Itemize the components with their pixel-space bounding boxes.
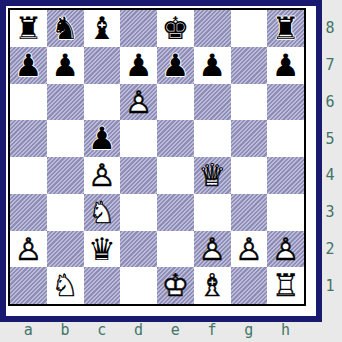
white-king[interactable]: ♚♔ xyxy=(157,267,194,304)
piece-outline-layer: ♙ xyxy=(84,157,121,194)
square-b8[interactable]: ♞ xyxy=(47,10,84,47)
rank-label-2: 2 xyxy=(318,231,342,268)
square-h3[interactable] xyxy=(267,194,304,231)
piece-outline-layer: ♖ xyxy=(267,267,304,304)
piece-outline-layer: ♕ xyxy=(194,157,231,194)
square-g4[interactable] xyxy=(231,157,268,194)
square-h6[interactable] xyxy=(267,84,304,121)
black-knight[interactable]: ♞ xyxy=(47,10,84,47)
white-bishop[interactable]: ♝♗ xyxy=(194,267,231,304)
square-e4[interactable] xyxy=(157,157,194,194)
square-a2[interactable]: ♟♙ xyxy=(10,231,47,268)
square-d6[interactable]: ♟♙ xyxy=(120,84,157,121)
square-a4[interactable] xyxy=(10,157,47,194)
square-f5[interactable] xyxy=(194,120,231,157)
rank-label-5: 5 xyxy=(318,120,342,157)
white-pawn[interactable]: ♟♙ xyxy=(84,157,121,194)
square-d2[interactable] xyxy=(120,231,157,268)
square-c7[interactable] xyxy=(84,47,121,84)
piece-outline-layer: ♔ xyxy=(157,267,194,304)
square-e2[interactable] xyxy=(157,231,194,268)
square-g1[interactable] xyxy=(231,267,268,304)
square-c5[interactable]: ♟ xyxy=(84,120,121,157)
square-a7[interactable]: ♟ xyxy=(10,47,47,84)
square-a5[interactable] xyxy=(10,120,47,157)
square-a6[interactable] xyxy=(10,84,47,121)
square-e8[interactable]: ♚ xyxy=(157,10,194,47)
square-h7[interactable]: ♟ xyxy=(267,47,304,84)
black-pawn[interactable]: ♟ xyxy=(157,47,194,84)
white-pawn[interactable]: ♟♙ xyxy=(267,231,304,268)
board-frame: ♜♞♝♚♜♟♟♟♟♟♟♟♙♟♟♙♛♕♞♘♟♙♛♟♙♟♙♟♙♞♘♚♔♝♗♜♖ xyxy=(0,0,322,322)
board-grid: ♜♞♝♚♜♟♟♟♟♟♟♟♙♟♟♙♛♕♞♘♟♙♛♟♙♟♙♟♙♞♘♚♔♝♗♜♖ xyxy=(10,10,304,304)
square-d5[interactable] xyxy=(120,120,157,157)
black-pawn[interactable]: ♟ xyxy=(10,47,47,84)
square-g7[interactable] xyxy=(231,47,268,84)
square-f2[interactable]: ♟♙ xyxy=(194,231,231,268)
square-e7[interactable]: ♟ xyxy=(157,47,194,84)
black-king[interactable]: ♚ xyxy=(157,10,194,47)
file-label-g: g xyxy=(231,318,268,342)
square-c2[interactable]: ♛ xyxy=(84,231,121,268)
square-c4[interactable]: ♟♙ xyxy=(84,157,121,194)
piece-outline-layer: ♗ xyxy=(194,267,231,304)
square-b6[interactable] xyxy=(47,84,84,121)
file-labels: abcdefgh xyxy=(10,318,304,342)
square-c1[interactable] xyxy=(84,267,121,304)
square-c3[interactable]: ♞♘ xyxy=(84,194,121,231)
piece-outline-layer: ♘ xyxy=(47,267,84,304)
white-queen[interactable]: ♛♕ xyxy=(194,157,231,194)
square-g6[interactable] xyxy=(231,84,268,121)
square-d8[interactable] xyxy=(120,10,157,47)
square-b2[interactable] xyxy=(47,231,84,268)
rank-label-6: 6 xyxy=(318,84,342,121)
rank-label-7: 7 xyxy=(318,47,342,84)
square-a8[interactable]: ♜ xyxy=(10,10,47,47)
piece-outline-layer: ♙ xyxy=(231,231,268,268)
file-label-h: h xyxy=(267,318,304,342)
square-h1[interactable]: ♜♖ xyxy=(267,267,304,304)
file-label-b: b xyxy=(47,318,84,342)
black-pawn[interactable]: ♟ xyxy=(47,47,84,84)
square-e1[interactable]: ♚♔ xyxy=(157,267,194,304)
square-f6[interactable] xyxy=(194,84,231,121)
piece-outline-layer: ♙ xyxy=(267,231,304,268)
white-pawn[interactable]: ♟♙ xyxy=(231,231,268,268)
square-g5[interactable] xyxy=(231,120,268,157)
white-pawn[interactable]: ♟♙ xyxy=(10,231,47,268)
rank-label-3: 3 xyxy=(318,194,342,231)
white-rook[interactable]: ♜♖ xyxy=(267,267,304,304)
square-f4[interactable]: ♛♕ xyxy=(194,157,231,194)
piece-outline-layer: ♙ xyxy=(194,231,231,268)
square-h5[interactable] xyxy=(267,120,304,157)
black-pawn[interactable]: ♟ xyxy=(267,47,304,84)
square-e6[interactable] xyxy=(157,84,194,121)
white-knight[interactable]: ♞♘ xyxy=(47,267,84,304)
rank-labels: 87654321 xyxy=(318,10,342,304)
black-queen[interactable]: ♛ xyxy=(84,231,121,268)
square-f3[interactable] xyxy=(194,194,231,231)
file-label-c: c xyxy=(84,318,121,342)
square-b7[interactable]: ♟ xyxy=(47,47,84,84)
square-b3[interactable] xyxy=(47,194,84,231)
square-c6[interactable] xyxy=(84,84,121,121)
square-e5[interactable] xyxy=(157,120,194,157)
square-g2[interactable]: ♟♙ xyxy=(231,231,268,268)
piece-outline-layer: ♘ xyxy=(84,194,121,231)
square-h2[interactable]: ♟♙ xyxy=(267,231,304,268)
white-knight[interactable]: ♞♘ xyxy=(84,194,121,231)
piece-outline-layer: ♙ xyxy=(10,231,47,268)
square-a1[interactable] xyxy=(10,267,47,304)
square-h8[interactable]: ♜ xyxy=(267,10,304,47)
rank-label-8: 8 xyxy=(318,10,342,47)
black-pawn[interactable]: ♟ xyxy=(120,47,157,84)
black-rook[interactable]: ♜ xyxy=(267,10,304,47)
square-f1[interactable]: ♝♗ xyxy=(194,267,231,304)
square-d7[interactable]: ♟ xyxy=(120,47,157,84)
file-label-f: f xyxy=(194,318,231,342)
square-b1[interactable]: ♞♘ xyxy=(47,267,84,304)
square-e3[interactable] xyxy=(157,194,194,231)
square-a3[interactable] xyxy=(10,194,47,231)
piece-outline-layer: ♙ xyxy=(120,84,157,121)
white-pawn[interactable]: ♟♙ xyxy=(194,231,231,268)
rank-label-1: 1 xyxy=(318,267,342,304)
black-rook[interactable]: ♜ xyxy=(10,10,47,47)
black-pawn[interactable]: ♟ xyxy=(84,120,121,157)
square-h4[interactable] xyxy=(267,157,304,194)
rank-label-4: 4 xyxy=(318,157,342,194)
chess-board-screenshot: ♜♞♝♚♜♟♟♟♟♟♟♟♙♟♟♙♛♕♞♘♟♙♛♟♙♟♙♟♙♞♘♚♔♝♗♜♖ 87… xyxy=(0,0,342,342)
square-c8[interactable]: ♝ xyxy=(84,10,121,47)
square-b4[interactable] xyxy=(47,157,84,194)
file-label-e: e xyxy=(157,318,194,342)
square-g8[interactable] xyxy=(231,10,268,47)
square-f8[interactable] xyxy=(194,10,231,47)
file-label-d: d xyxy=(120,318,157,342)
black-pawn[interactable]: ♟ xyxy=(194,47,231,84)
square-b5[interactable] xyxy=(47,120,84,157)
square-d3[interactable] xyxy=(120,194,157,231)
white-pawn[interactable]: ♟♙ xyxy=(120,84,157,121)
file-label-a: a xyxy=(10,318,47,342)
square-d1[interactable] xyxy=(120,267,157,304)
square-d4[interactable] xyxy=(120,157,157,194)
board-inner-border: ♜♞♝♚♜♟♟♟♟♟♟♟♙♟♟♙♛♕♞♘♟♙♛♟♙♟♙♟♙♞♘♚♔♝♗♜♖ xyxy=(8,8,306,306)
black-bishop[interactable]: ♝ xyxy=(84,10,121,47)
square-g3[interactable] xyxy=(231,194,268,231)
square-f7[interactable]: ♟ xyxy=(194,47,231,84)
